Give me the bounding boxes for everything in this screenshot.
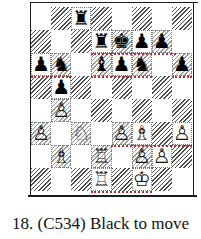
square-e4 bbox=[112, 99, 132, 122]
square-b4: ♙ bbox=[51, 99, 71, 122]
chess-board: ♜♜♚♟♟♟♞♝♟♞♟♟♙♙♘♙♗♙♗♖♙♙♖♔ bbox=[31, 7, 192, 191]
diagram-caption: 18. (C534) Black to move bbox=[0, 214, 201, 234]
square-c2 bbox=[71, 145, 91, 168]
square-b1 bbox=[51, 168, 71, 191]
square-c7 bbox=[71, 30, 91, 53]
square-h8 bbox=[172, 7, 192, 30]
square-g4 bbox=[152, 99, 172, 122]
square-c8: ♜ bbox=[71, 7, 91, 30]
piece-white-rook: ♖ bbox=[92, 145, 110, 168]
board-border-right bbox=[193, 2, 194, 196]
square-c6 bbox=[71, 53, 91, 76]
square-a4 bbox=[31, 99, 51, 122]
red-squiggle-artifact-0 bbox=[91, 50, 176, 55]
square-h1 bbox=[172, 168, 192, 191]
square-f2: ♙ bbox=[132, 145, 152, 168]
square-b5: ♟ bbox=[51, 76, 71, 99]
square-h4 bbox=[172, 99, 192, 122]
piece-white-pawn: ♙ bbox=[153, 145, 171, 168]
square-c5 bbox=[71, 76, 91, 99]
square-c4 bbox=[71, 99, 91, 122]
square-c3: ♘ bbox=[71, 122, 91, 145]
piece-black-rook: ♜ bbox=[72, 7, 90, 30]
piece-white-knight: ♘ bbox=[72, 122, 90, 145]
board-border-top bbox=[30, 2, 198, 3]
chess-diagram-page: ♜♜♚♟♟♟♞♝♟♞♟♟♙♙♘♙♗♙♗♖♙♙♖♔ 18. (C534) Blac… bbox=[0, 0, 201, 239]
square-a2 bbox=[31, 145, 51, 168]
square-h2 bbox=[172, 145, 192, 168]
square-a7 bbox=[31, 30, 51, 53]
board-border-bottom bbox=[28, 195, 197, 197]
piece-black-pawn: ♟ bbox=[52, 76, 70, 99]
square-b7 bbox=[51, 30, 71, 53]
square-g1 bbox=[152, 168, 172, 191]
square-e2 bbox=[112, 145, 132, 168]
red-squiggle-artifact-1 bbox=[31, 73, 71, 78]
square-d2: ♖ bbox=[91, 145, 111, 168]
square-d3 bbox=[91, 122, 111, 145]
piece-white-pawn: ♙ bbox=[52, 99, 70, 122]
square-b3 bbox=[51, 122, 71, 145]
square-a3: ♙ bbox=[31, 122, 51, 145]
piece-white-pawn: ♙ bbox=[32, 122, 50, 145]
square-a1 bbox=[31, 168, 51, 191]
square-f8 bbox=[132, 7, 152, 30]
square-g2: ♙ bbox=[152, 145, 172, 168]
square-g8 bbox=[152, 7, 172, 30]
square-b2: ♗ bbox=[51, 145, 71, 168]
square-c1 bbox=[71, 168, 91, 191]
square-b8 bbox=[51, 7, 71, 30]
red-squiggle-artifact-3 bbox=[172, 73, 192, 78]
square-d8 bbox=[91, 7, 111, 30]
square-a8 bbox=[31, 7, 51, 30]
piece-white-bishop: ♗ bbox=[52, 145, 70, 168]
square-d4 bbox=[91, 99, 111, 122]
red-squiggle-artifact-5 bbox=[91, 188, 152, 193]
square-f5 bbox=[132, 76, 152, 99]
red-squiggle-artifact-2 bbox=[91, 73, 152, 78]
piece-white-pawn: ♙ bbox=[133, 145, 151, 168]
square-d5 bbox=[91, 76, 111, 99]
square-g5 bbox=[152, 76, 172, 99]
red-squiggle-artifact-4 bbox=[111, 142, 192, 147]
square-a5 bbox=[31, 76, 51, 99]
square-f4 bbox=[132, 99, 152, 122]
square-h5 bbox=[172, 76, 192, 99]
square-e5 bbox=[112, 76, 132, 99]
square-g6 bbox=[152, 53, 172, 76]
square-e8 bbox=[112, 7, 132, 30]
